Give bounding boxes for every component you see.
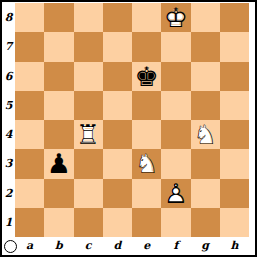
square-a2 — [15, 179, 44, 208]
rank-label-3: 3 — [2, 149, 15, 178]
square-d3 — [103, 149, 132, 178]
file-label-g: g — [191, 237, 220, 254]
square-g1 — [191, 208, 220, 237]
square-e8 — [132, 3, 161, 32]
chess-diagram: 87654321 ♚♔♚♜♖♞♘♟♞♘♟♙ abcdefgh — [0, 0, 257, 257]
square-e2 — [132, 179, 161, 208]
square-h8 — [220, 3, 249, 32]
square-e7 — [132, 32, 161, 61]
square-c1 — [74, 208, 103, 237]
chess-board: ♚♔♚♜♖♞♘♟♞♘♟♙ — [15, 3, 249, 237]
square-f2: ♟♙ — [161, 179, 190, 208]
square-c5 — [74, 91, 103, 120]
square-c8 — [74, 3, 103, 32]
square-g7 — [191, 32, 220, 61]
square-h7 — [220, 32, 249, 61]
square-e1 — [132, 208, 161, 237]
file-label-e: e — [132, 237, 161, 254]
square-b7 — [44, 32, 73, 61]
white-knight-g4: ♞♘ — [191, 120, 220, 149]
rank-label-6: 6 — [2, 62, 15, 91]
black-pawn-b3: ♟ — [44, 149, 73, 178]
square-a8 — [15, 3, 44, 32]
rank-label-7: 7 — [2, 32, 15, 61]
square-f3 — [161, 149, 190, 178]
square-g5 — [191, 91, 220, 120]
square-b8 — [44, 3, 73, 32]
square-a6 — [15, 62, 44, 91]
square-a1 — [15, 208, 44, 237]
square-e4 — [132, 120, 161, 149]
square-c3 — [74, 149, 103, 178]
square-e3: ♞♘ — [132, 149, 161, 178]
white-pawn-f2: ♟♙ — [161, 179, 190, 208]
white-to-move-indicator-icon — [4, 240, 17, 253]
square-d4 — [103, 120, 132, 149]
square-e6: ♚ — [132, 62, 161, 91]
square-b5 — [44, 91, 73, 120]
black-king-e6: ♚ — [132, 62, 161, 91]
square-a7 — [15, 32, 44, 61]
square-a5 — [15, 91, 44, 120]
square-c2 — [74, 179, 103, 208]
square-g6 — [191, 62, 220, 91]
square-h6 — [220, 62, 249, 91]
square-d7 — [103, 32, 132, 61]
square-d5 — [103, 91, 132, 120]
rank-label-4: 4 — [2, 120, 15, 149]
square-a3 — [15, 149, 44, 178]
file-label-d: d — [103, 237, 132, 254]
square-b6 — [44, 62, 73, 91]
square-h5 — [220, 91, 249, 120]
square-f6 — [161, 62, 190, 91]
rank-label-8: 8 — [2, 3, 15, 32]
square-h2 — [220, 179, 249, 208]
white-king-outline-glyph: ♔ — [164, 4, 188, 31]
square-d1 — [103, 208, 132, 237]
square-f7 — [161, 32, 190, 61]
square-b2 — [44, 179, 73, 208]
file-label-b: b — [44, 237, 73, 254]
square-g8 — [191, 3, 220, 32]
square-e5 — [132, 91, 161, 120]
square-c7 — [74, 32, 103, 61]
file-label-a: a — [15, 237, 44, 254]
square-h1 — [220, 208, 249, 237]
rank-labels: 87654321 — [2, 3, 15, 237]
square-d8 — [103, 3, 132, 32]
square-f4 — [161, 120, 190, 149]
file-labels: abcdefgh — [15, 237, 249, 254]
square-a4 — [15, 120, 44, 149]
square-c6 — [74, 62, 103, 91]
white-knight-outline-glyph: ♘ — [135, 150, 159, 177]
rank-label-2: 2 — [2, 179, 15, 208]
square-f5 — [161, 91, 190, 120]
white-rook-c4: ♜♖ — [74, 120, 103, 149]
square-g3 — [191, 149, 220, 178]
square-g4: ♞♘ — [191, 120, 220, 149]
rank-label-5: 5 — [2, 91, 15, 120]
file-label-h: h — [220, 237, 249, 254]
white-knight-outline-glyph: ♘ — [193, 121, 217, 148]
square-c4: ♜♖ — [74, 120, 103, 149]
white-pawn-outline-glyph: ♙ — [164, 180, 188, 207]
square-d2 — [103, 179, 132, 208]
file-label-f: f — [161, 237, 190, 254]
square-f8: ♚♔ — [161, 3, 190, 32]
square-b1 — [44, 208, 73, 237]
white-rook-outline-glyph: ♖ — [76, 121, 100, 148]
square-g2 — [191, 179, 220, 208]
file-label-c: c — [74, 237, 103, 254]
square-b4 — [44, 120, 73, 149]
square-f1 — [161, 208, 190, 237]
square-h4 — [220, 120, 249, 149]
white-king-f8: ♚♔ — [161, 3, 190, 32]
white-knight-e3: ♞♘ — [132, 149, 161, 178]
rank-label-1: 1 — [2, 208, 15, 237]
square-h3 — [220, 149, 249, 178]
square-b3: ♟ — [44, 149, 73, 178]
square-d6 — [103, 62, 132, 91]
